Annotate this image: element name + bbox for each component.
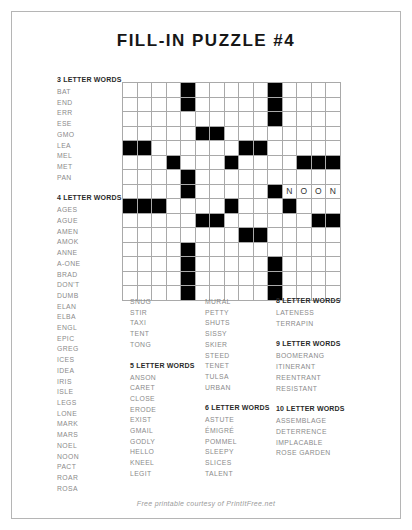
word-entry: MARS xyxy=(57,430,122,441)
word-entry: MET xyxy=(57,162,122,173)
grid-cell[interactable] xyxy=(167,228,181,242)
grid-cell-black xyxy=(326,156,340,170)
word-entry: GREG xyxy=(57,344,122,355)
grid-cell[interactable] xyxy=(254,112,268,126)
grid-cell-black xyxy=(312,214,326,228)
grid-cell[interactable] xyxy=(312,112,326,126)
word-list-header: 4 LETTER WORDS xyxy=(57,194,122,201)
word-entry: MARK xyxy=(57,419,122,430)
word-entry: ESE xyxy=(57,119,122,130)
word-entry: ICES xyxy=(57,355,122,366)
word-entry: BOOMERANG xyxy=(276,351,345,362)
grid-cell[interactable] xyxy=(326,257,340,271)
grid-cell[interactable] xyxy=(254,185,268,199)
grid-cell[interactable] xyxy=(123,185,137,199)
grid-cell[interactable] xyxy=(225,185,239,199)
grid-cell[interactable] xyxy=(326,112,340,126)
grid-cell[interactable] xyxy=(138,127,152,141)
grid-cell[interactable] xyxy=(210,83,224,97)
grid-cell[interactable] xyxy=(268,199,282,213)
grid-cell-black xyxy=(123,141,137,155)
grid-cell[interactable] xyxy=(283,214,297,228)
grid-cell[interactable] xyxy=(254,127,268,141)
word-entry: ELBA xyxy=(57,312,122,323)
word-entry: MEL xyxy=(57,151,122,162)
word-list-block: 5 LETTER WORDSANSONCARETCLOSEERODEEXISTG… xyxy=(130,362,195,480)
grid-cell[interactable] xyxy=(297,257,311,271)
footer-credit: Free printable courtesy of PrintItFree.n… xyxy=(0,500,412,507)
grid-cell[interactable] xyxy=(196,257,210,271)
grid-cell[interactable] xyxy=(225,214,239,228)
word-entry: A-ONE xyxy=(57,259,122,270)
grid-cell[interactable] xyxy=(210,170,224,184)
grid-cell[interactable] xyxy=(225,228,239,242)
grid-cell[interactable] xyxy=(326,83,340,97)
grid-cell[interactable] xyxy=(312,170,326,184)
word-entry: RESISTANT xyxy=(276,384,345,395)
grid-cell[interactable] xyxy=(167,257,181,271)
grid-cell[interactable] xyxy=(152,127,166,141)
grid-cell[interactable] xyxy=(123,257,137,271)
grid-cell[interactable] xyxy=(138,214,152,228)
grid-cell[interactable] xyxy=(225,141,239,155)
word-entry: ASTUTE xyxy=(205,415,270,426)
word-entry: DUMB xyxy=(57,291,122,302)
grid-cell[interactable] xyxy=(167,185,181,199)
grid-cell[interactable] xyxy=(239,127,253,141)
grid-cell[interactable] xyxy=(123,170,137,184)
word-list-block: MURALPETTYSHUTSSISSYSKIERSTEEDTENETTULSA… xyxy=(205,297,270,393)
word-entry: ROSE GARDEN xyxy=(276,448,345,459)
grid-cell[interactable] xyxy=(196,83,210,97)
grid-cell[interactable] xyxy=(239,83,253,97)
grid-cell[interactable] xyxy=(210,156,224,170)
grid-cell-black xyxy=(138,141,152,155)
word-entry: END xyxy=(57,98,122,109)
word-entry: STIR xyxy=(130,308,195,319)
grid-cell-black xyxy=(181,185,195,199)
grid-cell[interactable] xyxy=(210,98,224,112)
grid-cell[interactable] xyxy=(268,170,282,184)
grid-cell[interactable] xyxy=(268,141,282,155)
grid-cell[interactable] xyxy=(181,214,195,228)
word-list-header: 3 LETTER WORDS xyxy=(57,76,122,83)
grid-cell[interactable] xyxy=(254,214,268,228)
word-entry: NOON xyxy=(57,452,122,463)
grid-cell[interactable] xyxy=(283,257,297,271)
grid-cell[interactable] xyxy=(167,98,181,112)
word-entry: BAT xyxy=(57,87,122,98)
word-entry: SISSY xyxy=(205,329,270,340)
grid-cell[interactable] xyxy=(297,112,311,126)
grid-cell[interactable] xyxy=(210,141,224,155)
grid-cell-black xyxy=(181,83,195,97)
word-entry: ANSON xyxy=(130,373,195,384)
grid-cell[interactable] xyxy=(196,112,210,126)
word-entry: TERRAPIN xyxy=(276,319,345,330)
word-entry: AGUE xyxy=(57,216,122,227)
grid-cell[interactable] xyxy=(123,112,137,126)
grid-cell[interactable] xyxy=(239,272,253,286)
word-entry: LEGIT xyxy=(130,469,195,480)
grid-cell-black xyxy=(312,156,326,170)
word-entry: ASSEMBLAGE xyxy=(276,416,345,427)
grid-cell[interactable] xyxy=(312,141,326,155)
grid-cell-prefilled[interactable]: O xyxy=(312,185,326,199)
word-entry: AMOK xyxy=(57,237,122,248)
grid-cell[interactable] xyxy=(268,228,282,242)
grid-cell[interactable] xyxy=(181,199,195,213)
grid-cell[interactable] xyxy=(210,228,224,242)
grid-cell[interactable] xyxy=(326,228,340,242)
word-entry: TENET xyxy=(205,361,270,372)
grid-cell-black xyxy=(268,185,282,199)
grid-cell[interactable] xyxy=(312,127,326,141)
grid-cell[interactable] xyxy=(283,243,297,257)
word-entry: POMMEL xyxy=(205,437,270,448)
grid-cell[interactable] xyxy=(152,141,166,155)
grid-cell[interactable] xyxy=(152,272,166,286)
grid-cell[interactable] xyxy=(254,170,268,184)
word-list-column-3: MURALPETTYSHUTSSISSYSKIERSTEEDTENETTULSA… xyxy=(205,297,270,491)
grid-cell[interactable] xyxy=(196,156,210,170)
grid-cell[interactable] xyxy=(138,243,152,257)
grid-cell[interactable] xyxy=(312,243,326,257)
grid-cell[interactable] xyxy=(138,112,152,126)
word-list-column-4: 8 LETTER WORDSLATENESSTERRAPIN9 LETTER W… xyxy=(276,297,345,470)
grid-cell[interactable] xyxy=(152,228,166,242)
word-entry: PETTY xyxy=(205,308,270,319)
grid-cell[interactable] xyxy=(152,257,166,271)
grid-cell[interactable] xyxy=(326,127,340,141)
grid-cell[interactable] xyxy=(312,272,326,286)
grid-cell-black xyxy=(254,141,268,155)
grid-cell[interactable] xyxy=(283,127,297,141)
grid-cell[interactable] xyxy=(239,112,253,126)
word-list-block: 3 LETTER WORDSBATENDERRESEGMOLEAMELMETPA… xyxy=(57,76,122,183)
grid-cell[interactable] xyxy=(196,170,210,184)
grid-cell[interactable] xyxy=(239,170,253,184)
grid-cell[interactable] xyxy=(196,98,210,112)
grid-cell[interactable] xyxy=(138,228,152,242)
grid-cell[interactable] xyxy=(152,112,166,126)
word-list-header: 8 LETTER WORDS xyxy=(276,297,345,304)
puzzle-title: FILL-IN PUZZLE #4 xyxy=(0,31,412,51)
grid-cell[interactable] xyxy=(312,83,326,97)
word-entry: DON'T xyxy=(57,280,122,291)
word-entry: TONG xyxy=(130,340,195,351)
word-list-block: 9 LETTER WORDSBOOMERANGITINERANTREENTRAN… xyxy=(276,340,345,394)
grid-cell-black xyxy=(268,83,282,97)
word-entry: ROSA xyxy=(57,484,122,495)
word-list-block: SNUGSTIRTAXITENTTONG xyxy=(130,297,195,351)
word-entry: EXIST xyxy=(130,415,195,426)
word-entry: ISLE xyxy=(57,387,122,398)
word-entry: IMPLACABLE xyxy=(276,438,345,449)
grid-cell-black xyxy=(210,214,224,228)
grid-cell[interactable] xyxy=(254,98,268,112)
word-entry: ANNE xyxy=(57,248,122,259)
word-entry: SLICES xyxy=(205,458,270,469)
grid-cell[interactable] xyxy=(312,98,326,112)
grid-cell[interactable] xyxy=(225,272,239,286)
word-entry: TAXI xyxy=(130,318,195,329)
grid-cell[interactable] xyxy=(268,127,282,141)
word-list-column-2: SNUGSTIRTAXITENTTONG5 LETTER WORDSANSONC… xyxy=(130,297,195,491)
grid-cell[interactable] xyxy=(225,127,239,141)
word-entry: DETERRENCE xyxy=(276,427,345,438)
grid-cell[interactable] xyxy=(138,272,152,286)
grid-cell[interactable] xyxy=(123,98,137,112)
grid-cell[interactable] xyxy=(196,185,210,199)
grid-cell[interactable] xyxy=(152,243,166,257)
grid-cell[interactable] xyxy=(225,98,239,112)
grid-cell[interactable] xyxy=(326,98,340,112)
word-entry: ELAN xyxy=(57,302,122,313)
grid-cell[interactable] xyxy=(210,243,224,257)
grid-cell[interactable] xyxy=(152,170,166,184)
grid-cell[interactable] xyxy=(225,170,239,184)
grid-cell[interactable] xyxy=(268,214,282,228)
grid-cell[interactable] xyxy=(239,257,253,271)
word-entry: ROAR xyxy=(57,473,122,484)
grid-cell[interactable] xyxy=(297,199,311,213)
grid-cell[interactable] xyxy=(297,98,311,112)
grid-cell[interactable] xyxy=(167,243,181,257)
grid-cell[interactable] xyxy=(123,272,137,286)
grid-cell[interactable] xyxy=(297,83,311,97)
grid-cell[interactable] xyxy=(138,98,152,112)
grid-cell-black xyxy=(225,156,239,170)
grid-cell[interactable] xyxy=(239,98,253,112)
grid-cell[interactable] xyxy=(181,112,195,126)
grid-cell[interactable] xyxy=(152,156,166,170)
grid-cell[interactable] xyxy=(196,141,210,155)
grid-cell-black xyxy=(239,228,253,242)
grid-cell[interactable] xyxy=(297,228,311,242)
grid-cell-black xyxy=(268,272,282,286)
grid-cell-black xyxy=(239,141,253,155)
grid-cell[interactable] xyxy=(138,156,152,170)
grid-cell[interactable] xyxy=(239,156,253,170)
grid-cell[interactable] xyxy=(123,243,137,257)
grid-cell[interactable] xyxy=(297,170,311,184)
grid-cell[interactable] xyxy=(283,141,297,155)
grid-cell[interactable] xyxy=(283,228,297,242)
grid-cell-black xyxy=(181,257,195,271)
grid-cell-black xyxy=(326,214,340,228)
grid-cell[interactable] xyxy=(312,199,326,213)
grid-cell[interactable] xyxy=(167,83,181,97)
grid-cell[interactable] xyxy=(326,141,340,155)
word-entry: TULSA xyxy=(205,372,270,383)
grid-cell[interactable] xyxy=(210,272,224,286)
grid-cell[interactable] xyxy=(123,83,137,97)
grid-cell[interactable] xyxy=(152,214,166,228)
grid-cell[interactable] xyxy=(138,170,152,184)
grid-cell[interactable] xyxy=(210,112,224,126)
puzzle-grid: NOON xyxy=(122,82,341,301)
word-entry: ENGL xyxy=(57,323,122,334)
grid-cell[interactable] xyxy=(196,228,210,242)
word-list-header: 5 LETTER WORDS xyxy=(130,362,195,369)
grid-cell[interactable] xyxy=(225,243,239,257)
word-entry: MURAL xyxy=(205,297,270,308)
word-entry: PACT xyxy=(57,462,122,473)
grid-cell[interactable] xyxy=(138,257,152,271)
grid-cell[interactable] xyxy=(196,199,210,213)
grid-cell[interactable] xyxy=(181,141,195,155)
grid-cell-black xyxy=(254,228,268,242)
grid-cell[interactable] xyxy=(210,257,224,271)
word-entry: ERODE xyxy=(130,405,195,416)
word-entry: BRAD xyxy=(57,270,122,281)
grid-cell-black xyxy=(123,199,137,213)
grid-cell-black xyxy=(268,98,282,112)
word-entry: LATENESS xyxy=(276,308,345,319)
grid-cell[interactable] xyxy=(181,156,195,170)
grid-cell-black xyxy=(196,127,210,141)
word-entry: ERR xyxy=(57,108,122,119)
grid-cell[interactable] xyxy=(283,83,297,97)
grid-cell[interactable] xyxy=(167,127,181,141)
word-entry: IRIS xyxy=(57,377,122,388)
grid-cell[interactable] xyxy=(297,214,311,228)
grid-cell-prefilled[interactable]: N xyxy=(283,185,297,199)
word-entry: ITINERANT xyxy=(276,362,345,373)
grid-cell[interactable] xyxy=(297,243,311,257)
word-list-block: 10 LETTER WORDSASSEMBLAGEDETERRENCEIMPLA… xyxy=(276,405,345,459)
grid-cell[interactable] xyxy=(123,156,137,170)
grid-cell[interactable] xyxy=(326,272,340,286)
grid-cell-black xyxy=(181,243,195,257)
grid-cell[interactable] xyxy=(138,185,152,199)
grid-cell-black xyxy=(225,199,239,213)
grid-cell[interactable] xyxy=(312,228,326,242)
grid-cell[interactable] xyxy=(225,83,239,97)
grid-cell-black xyxy=(138,199,152,213)
grid-cell-black xyxy=(297,156,311,170)
word-entry: GMO xyxy=(57,130,122,141)
grid-cell-black xyxy=(210,127,224,141)
grid-cell[interactable] xyxy=(239,243,253,257)
grid-cell[interactable] xyxy=(312,257,326,271)
grid-cell[interactable] xyxy=(268,243,282,257)
grid-cell[interactable] xyxy=(210,185,224,199)
grid-cell[interactable] xyxy=(239,199,253,213)
grid-cell[interactable] xyxy=(297,141,311,155)
word-list-header: 9 LETTER WORDS xyxy=(276,340,345,347)
word-entry: IDEA xyxy=(57,366,122,377)
grid-cell[interactable] xyxy=(283,170,297,184)
grid-cell[interactable] xyxy=(181,127,195,141)
word-list-column-1: 3 LETTER WORDSBATENDERRESEGMOLEAMELMETPA… xyxy=(57,76,122,505)
word-list-block: 6 LETTER WORDSASTUTEÉMIGRÉPOMMELSLEEPYSL… xyxy=(205,404,270,479)
word-entry: NOEL xyxy=(57,441,122,452)
word-entry: LEA xyxy=(57,141,122,152)
word-entry: TENT xyxy=(130,329,195,340)
word-entry: LONE xyxy=(57,409,122,420)
word-entry: AMEN xyxy=(57,227,122,238)
grid-cell[interactable] xyxy=(254,83,268,97)
word-entry: GMAIL xyxy=(130,426,195,437)
grid-cell[interactable] xyxy=(167,199,181,213)
grid-cell[interactable] xyxy=(283,272,297,286)
grid-cell[interactable] xyxy=(254,272,268,286)
grid-cell[interactable] xyxy=(167,141,181,155)
grid-cell[interactable] xyxy=(297,127,311,141)
grid-cell[interactable] xyxy=(167,112,181,126)
grid-cell[interactable] xyxy=(326,199,340,213)
grid-cell[interactable] xyxy=(152,83,166,97)
word-entry: ÉMIGRÉ xyxy=(205,426,270,437)
word-entry: SHUTS xyxy=(205,318,270,329)
word-entry: CLOSE xyxy=(130,394,195,405)
grid-cell[interactable] xyxy=(326,170,340,184)
grid-cell[interactable] xyxy=(297,272,311,286)
grid-cell[interactable] xyxy=(239,185,253,199)
grid-cell[interactable] xyxy=(254,257,268,271)
grid-cell[interactable] xyxy=(152,185,166,199)
grid-cell[interactable] xyxy=(181,228,195,242)
grid-cell[interactable] xyxy=(239,214,253,228)
grid-cell[interactable] xyxy=(167,170,181,184)
grid-cell[interactable] xyxy=(225,257,239,271)
grid-cell-black xyxy=(283,199,297,213)
puzzle-page: { "game": "fill-in-crossword-puzzle", "t… xyxy=(0,0,412,530)
grid-cell[interactable] xyxy=(225,112,239,126)
grid-cell[interactable] xyxy=(283,112,297,126)
grid-cell-black xyxy=(181,272,195,286)
grid-cell[interactable] xyxy=(167,214,181,228)
grid-cell[interactable] xyxy=(123,228,137,242)
word-entry: HELLO xyxy=(130,447,195,458)
word-list-block: 4 LETTER WORDSAGESAGUEAMENAMOKANNEA-ONEB… xyxy=(57,194,122,494)
word-entry: AGES xyxy=(57,205,122,216)
word-entry: LEGS xyxy=(57,398,122,409)
grid-cell[interactable] xyxy=(123,214,137,228)
word-list-block: 8 LETTER WORDSLATENESSTERRAPIN xyxy=(276,297,345,329)
grid-cell-black xyxy=(181,170,195,184)
word-entry: REENTRANT xyxy=(276,373,345,384)
word-entry: SLEEPY xyxy=(205,447,270,458)
grid-cell[interactable] xyxy=(326,243,340,257)
grid-cell-black xyxy=(181,98,195,112)
grid-cell-prefilled[interactable]: O xyxy=(297,185,311,199)
grid-cell-prefilled[interactable]: N xyxy=(326,185,340,199)
grid-cell[interactable] xyxy=(123,127,137,141)
grid-cell[interactable] xyxy=(283,98,297,112)
word-list-header: 10 LETTER WORDS xyxy=(276,405,345,412)
grid-cell-black xyxy=(196,214,210,228)
grid-cell[interactable] xyxy=(283,156,297,170)
grid-cell[interactable] xyxy=(152,98,166,112)
word-entry: EPIC xyxy=(57,334,122,345)
grid-cell[interactable] xyxy=(210,199,224,213)
grid-cell[interactable] xyxy=(254,199,268,213)
grid-cell[interactable] xyxy=(196,272,210,286)
grid-cell[interactable] xyxy=(138,83,152,97)
grid-cell[interactable] xyxy=(196,243,210,257)
grid-cell[interactable] xyxy=(254,243,268,257)
word-entry: KNEEL xyxy=(130,458,195,469)
grid-cell[interactable] xyxy=(254,156,268,170)
grid-cell[interactable] xyxy=(268,156,282,170)
grid-cell[interactable] xyxy=(167,272,181,286)
word-entry: URBAN xyxy=(205,383,270,394)
grid-cell-black xyxy=(152,199,166,213)
grid-cell-black xyxy=(268,112,282,126)
